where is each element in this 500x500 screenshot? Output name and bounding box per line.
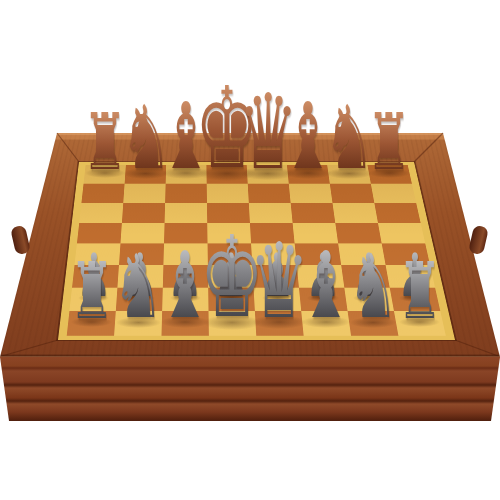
- pieces-layer: ♜♞♝♚♛♝♞♜♟♟♟♟♟♟♟♟♜♞♝♚♛♝♞♜: [0, 0, 500, 500]
- silver-knight-b8: ♞: [347, 243, 397, 331]
- silver-bishop-c8: ♝: [299, 240, 352, 332]
- copper-rook-a1: ♜: [367, 103, 412, 181]
- silver-rook-a8: ♜: [397, 252, 442, 330]
- chess-set-photo: ♜♞♝♚♛♝♞♜♟♟♟♟♟♟♟♟♜♞♝♚♛♝♞♜: [0, 0, 500, 500]
- silver-knight-g8: ♞: [113, 243, 163, 331]
- silver-rook-h8: ♜: [69, 252, 114, 330]
